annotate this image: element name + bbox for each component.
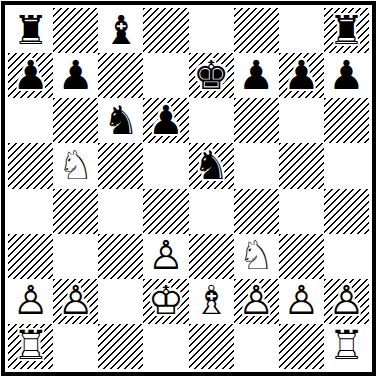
square-b8[interactable] (53, 8, 98, 53)
square-f6[interactable] (234, 98, 279, 143)
piece-glyph: ♝ (98, 7, 143, 52)
square-g4[interactable] (279, 189, 324, 234)
square-c7[interactable] (98, 53, 143, 98)
piece-outline-layer: ♙ (143, 233, 188, 278)
square-g8[interactable] (279, 8, 324, 53)
piece-glyph: ♟ (279, 52, 324, 97)
square-a2[interactable]: ♟♙ (8, 279, 53, 324)
piece-black-pawn: ♟ (279, 53, 324, 98)
piece-black-pawn: ♟ (324, 53, 369, 98)
square-h2[interactable]: ♟♙ (324, 279, 369, 324)
square-d5[interactable] (143, 143, 188, 188)
square-b5[interactable]: ♞♘ (53, 143, 98, 188)
square-b6[interactable] (53, 98, 98, 143)
piece-glyph: ♜ (8, 7, 53, 52)
piece-outline-layer: ♙ (279, 278, 324, 323)
piece-glyph: ♟ (143, 97, 188, 142)
square-g5[interactable] (279, 143, 324, 188)
square-b7[interactable]: ♟ (53, 53, 98, 98)
square-g3[interactable] (279, 234, 324, 279)
square-c8[interactable]: ♝ (98, 8, 143, 53)
square-f2[interactable]: ♟♙ (234, 279, 279, 324)
square-h7[interactable]: ♟ (324, 53, 369, 98)
piece-black-bishop: ♝ (98, 8, 143, 53)
square-f1[interactable] (234, 324, 279, 369)
square-f7[interactable]: ♟ (234, 53, 279, 98)
square-h5[interactable] (324, 143, 369, 188)
piece-white-pawn: ♟♙ (8, 279, 53, 324)
square-g2[interactable]: ♟♙ (279, 279, 324, 324)
piece-black-pawn: ♟ (234, 53, 279, 98)
square-h8[interactable]: ♜ (324, 8, 369, 53)
square-a1[interactable]: ♜♖ (8, 324, 53, 369)
piece-black-pawn: ♟ (8, 53, 53, 98)
piece-outline-layer: ♙ (234, 278, 279, 323)
piece-white-bishop: ♝♗ (189, 279, 234, 324)
chess-board-frame: ♜♝♜♟♟♚♟♟♟♞♟♞♘♞♟♙♞♘♟♙♟♙♚♔♝♗♟♙♟♙♟♙♜♖♜♖ (1, 1, 376, 376)
square-d8[interactable] (143, 8, 188, 53)
piece-white-pawn: ♟♙ (143, 234, 188, 279)
square-a4[interactable] (8, 189, 53, 234)
square-a8[interactable]: ♜ (8, 8, 53, 53)
chess-diagram-page: ♜♝♜♟♟♚♟♟♟♞♟♞♘♞♟♙♞♘♟♙♟♙♚♔♝♗♟♙♟♙♟♙♜♖♜♖ (0, 0, 377, 377)
square-h4[interactable] (324, 189, 369, 234)
square-c6[interactable]: ♞ (98, 98, 143, 143)
square-c3[interactable] (98, 234, 143, 279)
square-a5[interactable] (8, 143, 53, 188)
piece-glyph: ♜ (324, 7, 369, 52)
piece-white-pawn: ♟♙ (234, 279, 279, 324)
square-e1[interactable] (189, 324, 234, 369)
piece-outline-layer: ♔ (143, 278, 188, 323)
piece-black-pawn: ♟ (53, 53, 98, 98)
piece-black-rook: ♜ (8, 8, 53, 53)
square-g1[interactable] (279, 324, 324, 369)
piece-glyph: ♞ (98, 97, 143, 142)
square-a3[interactable] (8, 234, 53, 279)
square-d7[interactable] (143, 53, 188, 98)
piece-black-pawn: ♟ (143, 98, 188, 143)
square-f5[interactable] (234, 143, 279, 188)
square-e5[interactable]: ♞ (189, 143, 234, 188)
piece-glyph: ♟ (324, 52, 369, 97)
square-e3[interactable] (189, 234, 234, 279)
piece-glyph: ♚ (189, 52, 234, 97)
piece-white-knight: ♞♘ (234, 234, 279, 279)
piece-black-king: ♚ (189, 53, 234, 98)
square-c2[interactable] (98, 279, 143, 324)
piece-black-knight: ♞ (189, 143, 234, 188)
square-h1[interactable]: ♜♖ (324, 324, 369, 369)
square-a7[interactable]: ♟ (8, 53, 53, 98)
square-d6[interactable]: ♟ (143, 98, 188, 143)
piece-outline-layer: ♙ (8, 278, 53, 323)
square-b1[interactable] (53, 324, 98, 369)
piece-glyph: ♟ (8, 52, 53, 97)
square-c4[interactable] (98, 189, 143, 234)
square-h6[interactable] (324, 98, 369, 143)
piece-outline-layer: ♖ (8, 323, 53, 368)
square-b4[interactable] (53, 189, 98, 234)
piece-white-pawn: ♟♙ (279, 279, 324, 324)
piece-outline-layer: ♘ (234, 233, 279, 278)
piece-white-pawn: ♟♙ (324, 279, 369, 324)
piece-outline-layer: ♗ (189, 278, 234, 323)
square-c1[interactable] (98, 324, 143, 369)
square-b3[interactable] (53, 234, 98, 279)
piece-outline-layer: ♙ (324, 278, 369, 323)
piece-outline-layer: ♙ (53, 278, 98, 323)
square-e7[interactable]: ♚ (189, 53, 234, 98)
piece-glyph: ♟ (53, 52, 98, 97)
piece-glyph: ♞ (189, 142, 234, 187)
square-f4[interactable] (234, 189, 279, 234)
square-d1[interactable] (143, 324, 188, 369)
square-h3[interactable] (324, 234, 369, 279)
square-d2[interactable]: ♚♔ (143, 279, 188, 324)
square-d4[interactable] (143, 189, 188, 234)
piece-white-knight: ♞♘ (53, 143, 98, 188)
square-a6[interactable] (8, 98, 53, 143)
square-b2[interactable]: ♟♙ (53, 279, 98, 324)
square-e6[interactable] (189, 98, 234, 143)
square-e4[interactable] (189, 189, 234, 234)
chess-board: ♜♝♜♟♟♚♟♟♟♞♟♞♘♞♟♙♞♘♟♙♟♙♚♔♝♗♟♙♟♙♟♙♜♖♜♖ (8, 8, 369, 369)
square-c5[interactable] (98, 143, 143, 188)
piece-white-king: ♚♔ (143, 279, 188, 324)
square-d3[interactable]: ♟♙ (143, 234, 188, 279)
piece-outline-layer: ♖ (324, 323, 369, 368)
piece-black-rook: ♜ (324, 8, 369, 53)
square-e8[interactable] (189, 8, 234, 53)
piece-outline-layer: ♘ (53, 142, 98, 187)
piece-black-knight: ♞ (98, 98, 143, 143)
square-g7[interactable]: ♟ (279, 53, 324, 98)
piece-white-rook: ♜♖ (324, 324, 369, 369)
square-g6[interactable] (279, 98, 324, 143)
piece-white-pawn: ♟♙ (53, 279, 98, 324)
piece-white-rook: ♜♖ (8, 324, 53, 369)
square-e2[interactable]: ♝♗ (189, 279, 234, 324)
square-f8[interactable] (234, 8, 279, 53)
square-f3[interactable]: ♞♘ (234, 234, 279, 279)
piece-glyph: ♟ (234, 52, 279, 97)
